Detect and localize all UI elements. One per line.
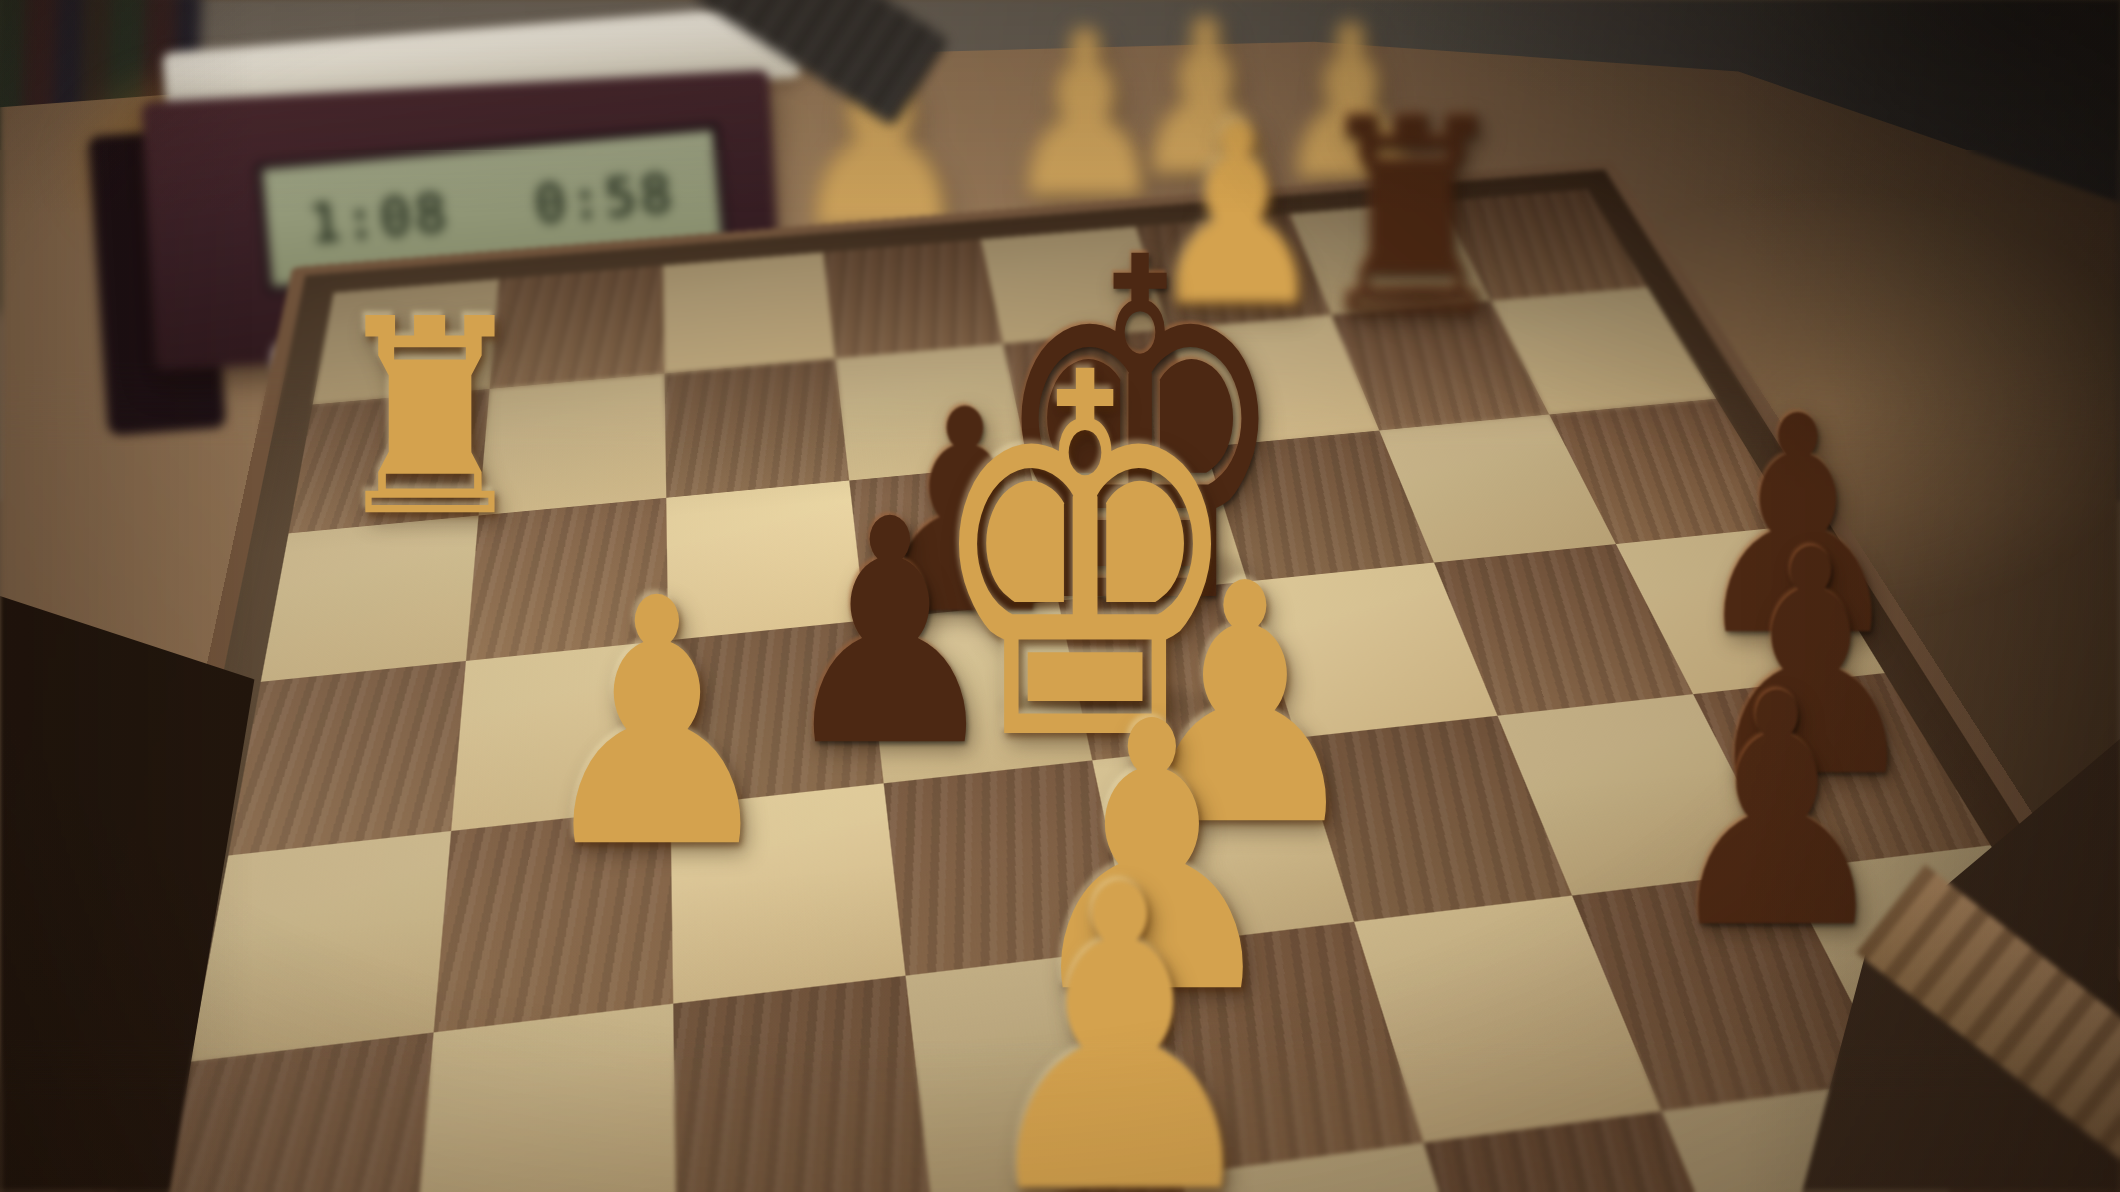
clock-time-white: 1:08 [307, 182, 453, 254]
white-rook-b7[interactable]: ♜ [295, 284, 565, 554]
pawn-glyph: ♟ [1646, 652, 1908, 972]
square-c8[interactable] [663, 252, 836, 373]
pawn-glyph: ♟ [518, 554, 797, 894]
square-a3[interactable] [143, 1033, 434, 1192]
pawn-glyph: ♟ [948, 832, 1292, 1192]
square-a5[interactable] [228, 661, 466, 856]
square-a4[interactable] [190, 831, 452, 1062]
chess-photo-scene: 1:08 0:58 ♟♟♟♟ ♟♜♜♚♟♟♚♟♟♟♟♟♟♟ [0, 0, 2120, 1192]
white-pawn-e2[interactable]: ♟ [910, 832, 1330, 1192]
white-pawn-b3[interactable]: ♟ [487, 554, 827, 894]
black-pawn-h3[interactable]: ♟ [1617, 652, 1937, 972]
square-b3[interactable] [413, 1004, 676, 1192]
square-c3[interactable] [672, 976, 931, 1192]
clock-time-black: 0:58 [532, 163, 678, 235]
rook-glyph: ♜ [315, 284, 545, 554]
